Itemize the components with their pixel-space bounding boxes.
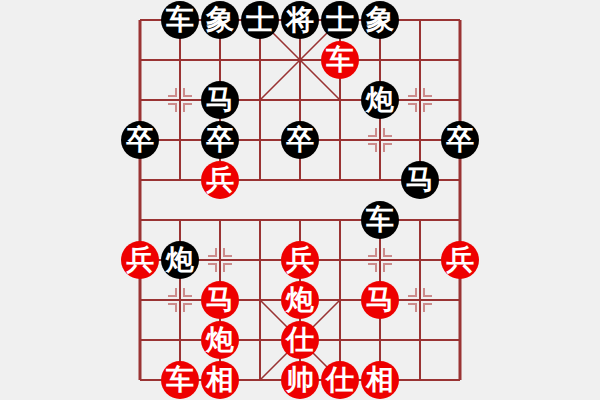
piece-black-soldier[interactable]: 卒 (281, 121, 319, 159)
piece-black-cannon[interactable]: 炮 (361, 81, 399, 119)
piece-black-cannon[interactable]: 炮 (161, 241, 199, 279)
piece-red-horse[interactable]: 马 (201, 281, 239, 319)
xiangqi-board[interactable]: 车象士将士象车马炮卒卒卒卒兵马车兵炮兵兵马炮马炮仕车相帅仕相 (120, 0, 480, 400)
piece-black-general[interactable]: 将 (281, 1, 319, 39)
piece-red-soldier[interactable]: 兵 (281, 241, 319, 279)
piece-black-elephant[interactable]: 象 (361, 1, 399, 39)
piece-red-general[interactable]: 帅 (281, 361, 319, 399)
piece-black-chariot[interactable]: 车 (361, 201, 399, 239)
piece-red-cannon[interactable]: 炮 (281, 281, 319, 319)
piece-red-chariot[interactable]: 车 (321, 41, 359, 79)
piece-red-elephant[interactable]: 相 (201, 361, 239, 399)
piece-black-elephant[interactable]: 象 (201, 1, 239, 39)
piece-black-horse[interactable]: 马 (401, 161, 439, 199)
piece-red-elephant[interactable]: 相 (361, 361, 399, 399)
piece-black-soldier[interactable]: 卒 (441, 121, 479, 159)
piece-black-soldier[interactable]: 卒 (201, 121, 239, 159)
piece-black-soldier[interactable]: 卒 (121, 121, 159, 159)
piece-red-soldier[interactable]: 兵 (121, 241, 159, 279)
piece-red-cannon[interactable]: 炮 (201, 321, 239, 359)
piece-red-soldier[interactable]: 兵 (441, 241, 479, 279)
xiangqi-diagram: 车象士将士象车马炮卒卒卒卒兵马车兵炮兵兵马炮马炮仕车相帅仕相 (0, 0, 600, 400)
piece-red-horse[interactable]: 马 (361, 281, 399, 319)
piece-red-advisor[interactable]: 仕 (281, 321, 319, 359)
piece-red-chariot[interactable]: 车 (161, 361, 199, 399)
piece-red-soldier[interactable]: 兵 (201, 161, 239, 199)
piece-black-horse[interactable]: 马 (201, 81, 239, 119)
piece-red-advisor[interactable]: 仕 (321, 361, 359, 399)
piece-black-chariot[interactable]: 车 (161, 1, 199, 39)
piece-black-advisor[interactable]: 士 (321, 1, 359, 39)
piece-black-advisor[interactable]: 士 (241, 1, 279, 39)
